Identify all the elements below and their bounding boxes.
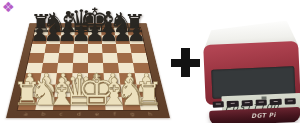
product-photo: ❖ abcdefgh ♜♞♝♛♚♝♞♜♟♟♟♟♟♟♟♟♟♟♟♟♟♟♟♟♜♞♝♛♚… [0, 0, 300, 123]
square [53, 97, 71, 110]
clock-button [227, 101, 239, 107]
plus-vertical-bar [181, 48, 190, 77]
square [105, 97, 123, 110]
clock-button [270, 99, 282, 105]
square [74, 44, 88, 53]
square [88, 35, 102, 43]
plus-icon [170, 47, 201, 78]
lcd-bezel: Position [211, 66, 295, 99]
square [45, 44, 60, 53]
dgt-chess-clock: Position DGT PI DGT Pi [201, 20, 300, 106]
square [131, 53, 148, 63]
square [88, 28, 102, 36]
square [37, 85, 55, 97]
square [139, 97, 159, 110]
square [88, 73, 104, 84]
chess-board: abcdefgh [6, 23, 170, 118]
square [137, 85, 156, 97]
clock-brand-label: DGT Pi [251, 111, 276, 119]
file-label: d [70, 110, 88, 118]
clock-button [256, 99, 268, 105]
purple-ornament-icon: ❖ [2, 0, 15, 14]
square [54, 85, 72, 97]
square [101, 28, 115, 36]
file-label: c [52, 110, 70, 118]
square [104, 73, 121, 84]
square [116, 44, 131, 53]
square [115, 35, 130, 43]
square [130, 44, 146, 53]
file-label: g [123, 110, 142, 118]
square [135, 73, 153, 84]
file-label: f [106, 110, 124, 118]
square [35, 97, 54, 110]
square [47, 28, 61, 36]
square [70, 97, 88, 110]
square [43, 53, 59, 63]
file-label: h [141, 110, 160, 118]
square [56, 73, 73, 84]
square [72, 63, 88, 73]
file-label: e [88, 110, 106, 118]
square [57, 63, 73, 73]
clock-base: DGT Pi [209, 107, 300, 123]
square [88, 53, 103, 63]
square [118, 63, 135, 73]
square [46, 35, 61, 43]
board-squares [18, 28, 159, 111]
square [73, 53, 88, 63]
square [88, 63, 104, 73]
square [88, 97, 106, 110]
square [74, 28, 88, 36]
square [72, 73, 88, 84]
square [39, 73, 56, 84]
square [133, 63, 150, 73]
square [60, 35, 74, 43]
square [117, 53, 133, 63]
square [74, 35, 88, 43]
square [59, 44, 74, 53]
file-label: b [34, 110, 53, 118]
square [127, 28, 142, 36]
file-label: a [16, 110, 35, 118]
square [114, 28, 128, 36]
square [102, 35, 116, 43]
clock-button [241, 100, 253, 106]
square [102, 44, 117, 53]
square [104, 85, 122, 97]
square [88, 85, 105, 97]
square [61, 28, 75, 36]
square [129, 35, 144, 43]
square [120, 85, 138, 97]
square [88, 44, 102, 53]
square [122, 97, 141, 110]
square [102, 53, 118, 63]
square [58, 53, 74, 63]
clock-body: Position DGT PI DGT Pi [203, 41, 300, 105]
square [103, 63, 119, 73]
clock-button [213, 101, 225, 107]
square [119, 73, 136, 84]
square [71, 85, 88, 97]
clock-button [284, 98, 296, 104]
square [41, 63, 58, 73]
